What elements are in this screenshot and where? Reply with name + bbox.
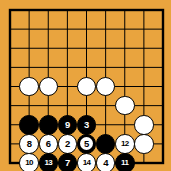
stone-white[interactable] (77, 77, 97, 97)
move-number: 3 (84, 120, 89, 130)
move-number: 8 (27, 139, 32, 149)
stone-white[interactable] (19, 77, 39, 97)
stone-black[interactable]: 9 (58, 115, 78, 135)
move-number: 10 (25, 159, 33, 167)
board[interactable]: 938625121013714411 (0, 0, 171, 171)
stone-white[interactable] (115, 96, 135, 116)
move-number: 4 (103, 158, 108, 168)
stone-white[interactable]: 8 (19, 134, 39, 154)
move-number: 7 (65, 158, 70, 168)
move-number: 6 (46, 139, 51, 149)
stone-white[interactable] (134, 115, 154, 135)
stone-black[interactable]: 13 (39, 153, 59, 171)
stone-white[interactable]: 6 (39, 134, 59, 154)
stone-black[interactable]: 5 (77, 134, 97, 154)
stone-black[interactable]: 11 (115, 153, 135, 171)
stone-black[interactable] (19, 115, 39, 135)
stone-black[interactable] (96, 134, 116, 154)
stone-black[interactable]: 3 (77, 115, 97, 135)
move-number: 9 (65, 120, 70, 130)
move-number: 2 (65, 139, 70, 149)
stone-white[interactable]: 12 (115, 134, 135, 154)
stone-white[interactable]: 14 (77, 153, 97, 171)
stone-black[interactable] (39, 115, 59, 135)
go-board-diagram: 938625121013714411 (0, 0, 171, 171)
move-number: 12 (121, 140, 129, 148)
move-number: 5 (84, 139, 89, 149)
move-number: 14 (83, 159, 91, 167)
stone-black[interactable]: 7 (58, 153, 78, 171)
stone-white[interactable] (39, 77, 59, 97)
stone-white[interactable] (134, 134, 154, 154)
stone-white[interactable]: 4 (96, 153, 116, 171)
label-disc: 5 (80, 137, 93, 150)
move-number: 13 (44, 159, 52, 167)
stone-white[interactable]: 2 (58, 134, 78, 154)
stone-white[interactable] (96, 77, 116, 97)
stone-white[interactable]: 10 (19, 153, 39, 171)
move-number: 11 (121, 159, 128, 167)
